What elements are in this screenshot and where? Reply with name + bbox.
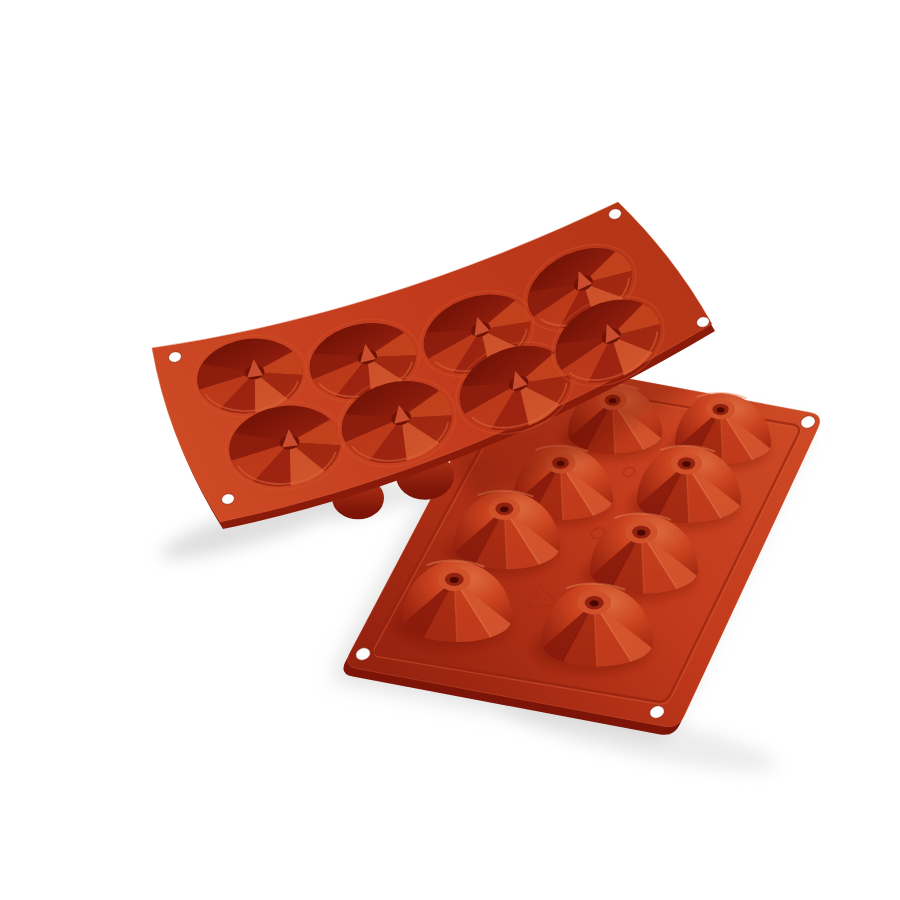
product-photo — [40, 16, 900, 900]
bump-crater-hole — [717, 407, 725, 412]
bump-crater-hole — [450, 577, 459, 583]
bump-crater-hole — [637, 530, 646, 536]
bump-crater-hole — [590, 600, 599, 606]
product-photo-svg — [40, 16, 900, 900]
bump-crater-hole — [682, 461, 690, 467]
bump-crater-hole — [500, 506, 508, 512]
